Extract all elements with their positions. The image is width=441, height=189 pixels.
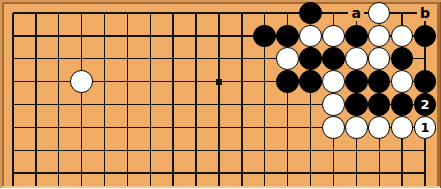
black-stone-13-2 (276, 25, 299, 48)
black-stone-14-3 (299, 47, 322, 70)
point-7-3[interactable] (139, 47, 162, 70)
move-number-label: 2 (420, 98, 429, 111)
point-10-7[interactable] (208, 139, 231, 162)
point-2-3[interactable] (24, 47, 47, 70)
point-12-4[interactable] (253, 70, 276, 93)
point-9-3[interactable] (185, 47, 208, 70)
point-12-1[interactable] (253, 2, 276, 25)
point-8-1[interactable] (162, 2, 185, 25)
point-8-8[interactable] (162, 162, 185, 185)
grid-line-v (12, 139, 13, 162)
point-7-8[interactable] (139, 162, 162, 185)
point-4-3[interactable] (70, 47, 93, 70)
black-stone-17-4 (368, 70, 391, 93)
grid-line-v (333, 13, 334, 24)
point-15-4[interactable] (322, 70, 345, 93)
grid-line-v (12, 24, 13, 47)
point-1-1[interactable] (2, 2, 25, 25)
point-17-1[interactable] (368, 2, 391, 25)
grid-line-h (13, 35, 24, 36)
grid-line-v (81, 24, 82, 47)
grid-line-v (241, 139, 242, 162)
point-13-6[interactable] (276, 116, 299, 139)
point-11-6[interactable] (230, 116, 253, 139)
point-11-2[interactable] (230, 24, 253, 47)
grid-line-v (104, 116, 105, 139)
grid-line-v (58, 139, 59, 162)
grid-line-v (127, 13, 128, 24)
point-5-4[interactable] (93, 70, 116, 93)
grid-line-v (287, 116, 288, 139)
black-stone-15-3 (322, 47, 345, 70)
point-9-1[interactable] (185, 2, 208, 25)
point-14-4[interactable] (299, 70, 322, 93)
grid-line-h (13, 81, 24, 82)
grid-line-v (264, 116, 265, 139)
point-1-4[interactable] (2, 70, 25, 93)
point-16-6[interactable] (345, 116, 368, 139)
point-11-4[interactable] (230, 70, 253, 93)
black-stone-19-2 (414, 25, 437, 48)
point-2-5[interactable] (24, 93, 47, 116)
grid-line-v (104, 139, 105, 162)
point-16-3[interactable] (345, 47, 368, 70)
point-6-8[interactable] (116, 162, 139, 185)
point-8-4[interactable] (162, 70, 185, 93)
grid-line-v (150, 24, 151, 47)
grid-line-v (241, 70, 242, 93)
point-13-3[interactable] (276, 47, 299, 70)
point-16-2[interactable] (345, 24, 368, 47)
grid-line-v (287, 162, 288, 185)
grid-line-v (172, 24, 173, 47)
grid-line-v (218, 162, 219, 185)
point-16-8[interactable] (345, 162, 368, 185)
point-2-7[interactable] (24, 139, 47, 162)
point-15-8[interactable] (322, 162, 345, 185)
grid-line-v (35, 13, 36, 24)
grid-line-v (218, 13, 219, 24)
point-4-2[interactable] (70, 24, 93, 47)
point-17-2[interactable] (368, 24, 391, 47)
point-11-7[interactable] (230, 139, 253, 162)
grid-line-v (81, 162, 82, 185)
grid-line-v (195, 162, 196, 185)
point-13-4[interactable] (276, 70, 299, 93)
black-stone-12-2 (253, 25, 276, 48)
grid-line-v (241, 93, 242, 116)
point-14-5[interactable] (299, 93, 322, 116)
point-8-6[interactable] (162, 116, 185, 139)
point-12-8[interactable] (253, 162, 276, 185)
point-10-5[interactable] (208, 93, 231, 116)
point-18-5[interactable] (391, 93, 414, 116)
grid-line-v (264, 93, 265, 116)
point-5-1[interactable] (93, 2, 116, 25)
point-19-1[interactable]: b (414, 2, 437, 25)
grid-line-v (35, 139, 36, 162)
point-8-3[interactable] (162, 47, 185, 70)
grid-line-h (13, 127, 24, 128)
grid-line-v (218, 47, 219, 70)
point-7-7[interactable] (139, 139, 162, 162)
point-label-b: b (417, 4, 433, 21)
point-4-6[interactable] (70, 116, 93, 139)
grid-line-h (13, 172, 24, 173)
point-12-5[interactable] (253, 93, 276, 116)
point-19-2[interactable] (414, 24, 437, 47)
grid-line-v (310, 93, 311, 116)
point-6-6[interactable] (116, 116, 139, 139)
white-stone-17-1 (368, 2, 391, 25)
point-8-7[interactable] (162, 139, 185, 162)
point-10-4[interactable] (208, 70, 231, 93)
grid-line-v (287, 13, 288, 24)
white-stone-15-4 (322, 70, 345, 93)
white-stone-17-6 (368, 116, 391, 139)
grid-line-v (195, 70, 196, 93)
point-17-7[interactable] (368, 139, 391, 162)
point-18-6[interactable] (391, 116, 414, 139)
point-16-4[interactable] (345, 70, 368, 93)
grid-line-v (424, 139, 425, 162)
grid-line-v (172, 116, 173, 139)
grid-line-v (172, 70, 173, 93)
grid-line-v (127, 70, 128, 93)
grid-line-v (150, 47, 151, 70)
point-17-5[interactable] (368, 93, 391, 116)
point-15-3[interactable] (322, 47, 345, 70)
point-3-7[interactable] (47, 139, 70, 162)
grid-line-v (150, 93, 151, 116)
white-stone-19-6: 1 (414, 116, 437, 139)
grid-line-h (414, 58, 425, 59)
grid-line-v (401, 162, 402, 185)
grid-line-v (172, 162, 173, 185)
grid-line-v (150, 139, 151, 162)
grid-line-v (195, 47, 196, 70)
grid-line-h (13, 150, 24, 151)
point-15-2[interactable] (322, 24, 345, 47)
black-stone-13-4 (276, 70, 299, 93)
point-13-5[interactable] (276, 93, 299, 116)
grid-line-v (218, 93, 219, 116)
point-13-2[interactable] (276, 24, 299, 47)
point-5-3[interactable] (93, 47, 116, 70)
grid-line-v (424, 162, 425, 185)
grid-line-v (264, 70, 265, 93)
grid-line-v (195, 139, 196, 162)
grid-line-v (81, 13, 82, 24)
grid-line-v (287, 139, 288, 162)
grid-line-v (12, 162, 13, 185)
move-number-label: 1 (420, 121, 429, 134)
grid-line-v (218, 24, 219, 47)
grid-line-v (264, 139, 265, 162)
point-8-5[interactable] (162, 93, 185, 116)
point-16-7[interactable] (345, 139, 368, 162)
white-stone-13-3 (276, 47, 299, 70)
white-stone-15-5 (322, 93, 345, 116)
point-16-1[interactable]: a (345, 2, 368, 25)
point-1-6[interactable] (2, 116, 25, 139)
grid-line-h (414, 172, 425, 173)
black-stone-17-5 (368, 93, 391, 116)
point-19-7[interactable] (414, 139, 437, 162)
point-9-6[interactable] (185, 116, 208, 139)
point-7-2[interactable] (139, 24, 162, 47)
point-14-1[interactable] (299, 2, 322, 25)
black-stone-16-2 (345, 25, 368, 48)
grid-line-v (241, 13, 242, 24)
point-4-1[interactable] (70, 2, 93, 25)
black-stone-14-4 (299, 70, 322, 93)
grid-line-v (310, 139, 311, 162)
grid-line-v (401, 13, 402, 24)
point-10-3[interactable] (208, 47, 231, 70)
point-13-7[interactable] (276, 139, 299, 162)
white-stone-15-6 (322, 116, 345, 139)
grid-line-v (127, 116, 128, 139)
point-18-3[interactable] (391, 47, 414, 70)
grid-line-v (150, 116, 151, 139)
point-14-8[interactable] (299, 162, 322, 185)
point-6-7[interactable] (116, 139, 139, 162)
grid-line-v (333, 162, 334, 185)
point-5-2[interactable] (93, 24, 116, 47)
grid-line-v (310, 116, 311, 139)
point-16-5[interactable] (345, 93, 368, 116)
grid-line-v (35, 24, 36, 47)
go-board-diagram: ab21 (0, 0, 441, 188)
point-10-8[interactable] (208, 162, 231, 185)
grid-line-h (13, 12, 24, 13)
grid-line-h (13, 58, 24, 59)
grid-line-v (333, 139, 334, 162)
point-4-8[interactable] (70, 162, 93, 185)
point-14-6[interactable] (299, 116, 322, 139)
point-18-2[interactable] (391, 24, 414, 47)
grid-line-v (195, 116, 196, 139)
point-18-8[interactable] (391, 162, 414, 185)
point-11-8[interactable] (230, 162, 253, 185)
grid-line-v (172, 93, 173, 116)
point-11-3[interactable] (230, 47, 253, 70)
point-17-3[interactable] (368, 47, 391, 70)
grid-line-v (35, 93, 36, 116)
grid-line-v (81, 116, 82, 139)
point-10-2[interactable] (208, 24, 231, 47)
white-stone-16-3 (345, 47, 368, 70)
point-13-1[interactable] (276, 2, 299, 25)
point-19-5[interactable]: 2 (414, 93, 437, 116)
grid-line-v (58, 13, 59, 24)
point-19-8[interactable] (414, 162, 437, 185)
point-12-7[interactable] (253, 139, 276, 162)
white-stone-14-2 (299, 25, 322, 48)
white-stone-17-3 (368, 47, 391, 70)
point-5-6[interactable] (93, 116, 116, 139)
point-8-2[interactable] (162, 24, 185, 47)
grid-line-v (104, 47, 105, 70)
grid-line-v (150, 13, 151, 24)
grid-line-v (104, 70, 105, 93)
point-5-8[interactable] (93, 162, 116, 185)
grid-line-v (104, 162, 105, 185)
grid-line-v (195, 93, 196, 116)
point-15-5[interactable] (322, 93, 345, 116)
black-stone-19-5: 2 (414, 93, 437, 116)
point-3-6[interactable] (47, 116, 70, 139)
grid-line-v (241, 116, 242, 139)
point-11-5[interactable] (230, 93, 253, 116)
grid-line-v (12, 70, 13, 93)
point-15-6[interactable] (322, 116, 345, 139)
point-3-8[interactable] (47, 162, 70, 185)
point-14-7[interactable] (299, 139, 322, 162)
grid-line-v (58, 93, 59, 116)
point-19-3[interactable] (414, 47, 437, 70)
point-14-2[interactable] (299, 24, 322, 47)
grid-line-h (414, 150, 425, 151)
point-9-4[interactable] (185, 70, 208, 93)
white-stone-4-4 (70, 70, 93, 93)
grid-line-v (127, 93, 128, 116)
black-stone-18-5 (391, 93, 414, 116)
grid-line-v (104, 24, 105, 47)
point-6-3[interactable] (116, 47, 139, 70)
point-9-5[interactable] (185, 93, 208, 116)
board-bottom-edge (0, 186, 441, 188)
point-12-6[interactable] (253, 116, 276, 139)
point-1-2[interactable] (2, 24, 25, 47)
grid-line-v (58, 116, 59, 139)
point-1-7[interactable] (2, 139, 25, 162)
point-10-1[interactable] (208, 2, 231, 25)
grid-line-v (127, 47, 128, 70)
point-17-6[interactable] (368, 116, 391, 139)
point-4-7[interactable] (70, 139, 93, 162)
point-1-5[interactable] (2, 93, 25, 116)
grid-line-v (172, 47, 173, 70)
grid-line-v (172, 13, 173, 24)
point-7-4[interactable] (139, 70, 162, 93)
point-18-7[interactable] (391, 139, 414, 162)
point-3-3[interactable] (47, 47, 70, 70)
grid-line-v (241, 47, 242, 70)
point-18-4[interactable] (391, 70, 414, 93)
grid-line-v (150, 162, 151, 185)
grid-line-v (127, 162, 128, 185)
point-6-1[interactable] (116, 2, 139, 25)
grid-line-v (264, 13, 265, 24)
point-3-4[interactable] (47, 70, 70, 93)
grid-line-v (310, 162, 311, 185)
white-stone-17-2 (368, 25, 391, 48)
grid-line-v (424, 47, 425, 70)
point-label-a: a (348, 4, 364, 21)
point-6-2[interactable] (116, 24, 139, 47)
grid-line-v (401, 139, 402, 162)
point-19-4[interactable] (414, 70, 437, 93)
point-12-2[interactable] (253, 24, 276, 47)
point-2-2[interactable] (24, 24, 47, 47)
point-5-5[interactable] (93, 93, 116, 116)
grid-line-v (195, 24, 196, 47)
point-7-6[interactable] (139, 116, 162, 139)
point-5-7[interactable] (93, 139, 116, 162)
grid-line-v (58, 70, 59, 93)
point-2-4[interactable] (24, 70, 47, 93)
grid-line-v (58, 162, 59, 185)
point-2-8[interactable] (24, 162, 47, 185)
point-1-8[interactable] (2, 162, 25, 185)
point-4-4[interactable] (70, 70, 93, 93)
star-point (216, 79, 222, 85)
point-1-3[interactable] (2, 47, 25, 70)
point-3-5[interactable] (47, 93, 70, 116)
grid-line-v (218, 139, 219, 162)
grid-line-v (379, 162, 380, 185)
grid-line-v (35, 162, 36, 185)
point-17-4[interactable] (368, 70, 391, 93)
point-7-5[interactable] (139, 93, 162, 116)
point-4-5[interactable] (70, 93, 93, 116)
grid-line-v (356, 139, 357, 162)
grid-line-v (241, 24, 242, 47)
point-9-8[interactable] (185, 162, 208, 185)
point-11-1[interactable] (230, 2, 253, 25)
white-stone-18-6 (391, 116, 414, 139)
black-stone-14-1 (299, 2, 322, 25)
point-14-3[interactable] (299, 47, 322, 70)
grid-line-v (12, 116, 13, 139)
grid-line-v (58, 47, 59, 70)
point-6-4[interactable] (116, 70, 139, 93)
grid-line-v (81, 93, 82, 116)
point-2-6[interactable] (24, 116, 47, 139)
black-stone-18-3 (391, 47, 414, 70)
point-9-7[interactable] (185, 139, 208, 162)
black-stone-16-5 (345, 93, 368, 116)
grid-line-h (13, 104, 24, 105)
grid-line-v (127, 139, 128, 162)
point-9-2[interactable] (185, 24, 208, 47)
point-10-6[interactable] (208, 116, 231, 139)
point-15-1[interactable] (322, 2, 345, 25)
point-2-1[interactable] (24, 2, 47, 25)
point-3-1[interactable] (47, 2, 70, 25)
point-12-3[interactable] (253, 47, 276, 70)
point-15-7[interactable] (322, 139, 345, 162)
grid-line-v (12, 93, 13, 116)
point-3-2[interactable] (47, 24, 70, 47)
grid-line-v (195, 13, 196, 24)
point-18-1[interactable] (391, 2, 414, 25)
point-6-5[interactable] (116, 93, 139, 116)
point-13-8[interactable] (276, 162, 299, 185)
point-7-1[interactable] (139, 2, 162, 25)
black-stone-16-4 (345, 70, 368, 93)
grid-line-v (150, 70, 151, 93)
point-17-8[interactable] (368, 162, 391, 185)
grid-line-v (264, 162, 265, 185)
grid-line-v (12, 13, 13, 24)
go-board: ab21 (2, 2, 437, 189)
white-stone-18-2 (391, 25, 414, 48)
grid-line-v (127, 24, 128, 47)
point-19-6[interactable]: 1 (414, 116, 437, 139)
